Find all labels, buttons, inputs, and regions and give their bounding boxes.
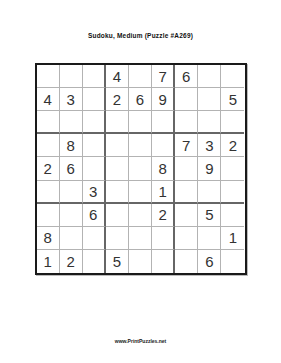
cell-r9c1: 1 bbox=[37, 250, 60, 273]
cell-r3c5[interactable] bbox=[129, 111, 152, 134]
cell-r5c1: 2 bbox=[37, 157, 60, 180]
cell-r7c4[interactable] bbox=[106, 204, 129, 227]
cell-r8c6[interactable] bbox=[152, 227, 175, 250]
cell-r4c5[interactable] bbox=[129, 134, 152, 157]
cell-r8c4[interactable] bbox=[106, 227, 129, 250]
cell-r5c8: 9 bbox=[198, 157, 221, 180]
cell-r5c3[interactable] bbox=[83, 157, 106, 180]
cell-r9c4: 5 bbox=[106, 250, 129, 273]
cell-r1c1[interactable] bbox=[37, 65, 60, 88]
cell-r6c5[interactable] bbox=[129, 181, 152, 204]
cell-r9c3[interactable] bbox=[83, 250, 106, 273]
cell-r3c1[interactable] bbox=[37, 111, 60, 134]
cell-r5c7[interactable] bbox=[175, 157, 198, 180]
cell-r4c6[interactable] bbox=[152, 134, 175, 157]
cell-r7c6: 2 bbox=[152, 204, 175, 227]
cell-r7c7[interactable] bbox=[175, 204, 198, 227]
cell-r4c3[interactable] bbox=[83, 134, 106, 157]
cell-r2c9: 5 bbox=[221, 88, 244, 111]
cell-r5c9[interactable] bbox=[221, 157, 244, 180]
cell-r7c3: 6 bbox=[83, 204, 106, 227]
cell-r6c6: 1 bbox=[152, 181, 175, 204]
cell-r3c2[interactable] bbox=[60, 111, 83, 134]
cell-r4c1[interactable] bbox=[37, 134, 60, 157]
cell-r1c5[interactable] bbox=[129, 65, 152, 88]
cell-r4c2: 8 bbox=[60, 134, 83, 157]
cell-r5c2: 6 bbox=[60, 157, 83, 180]
cell-r2c3[interactable] bbox=[83, 88, 106, 111]
cell-r8c3[interactable] bbox=[83, 227, 106, 250]
cell-r4c9: 2 bbox=[221, 134, 244, 157]
cell-r3c4[interactable] bbox=[106, 111, 129, 134]
cell-r6c8[interactable] bbox=[198, 181, 221, 204]
cell-r7c8: 5 bbox=[198, 204, 221, 227]
cell-r1c6: 7 bbox=[152, 65, 175, 88]
cell-r8c9: 1 bbox=[221, 227, 244, 250]
cell-r6c3: 3 bbox=[83, 181, 106, 204]
cell-r2c7[interactable] bbox=[175, 88, 198, 111]
cell-r2c4: 2 bbox=[106, 88, 129, 111]
cell-r1c3[interactable] bbox=[83, 65, 106, 88]
cell-r6c7[interactable] bbox=[175, 181, 198, 204]
cell-r5c5[interactable] bbox=[129, 157, 152, 180]
cell-r2c2: 3 bbox=[60, 88, 83, 111]
cell-r7c1[interactable] bbox=[37, 204, 60, 227]
cell-r3c8[interactable] bbox=[198, 111, 221, 134]
cell-r8c5[interactable] bbox=[129, 227, 152, 250]
cell-r4c7: 7 bbox=[175, 134, 198, 157]
cell-r1c4: 4 bbox=[106, 65, 129, 88]
cell-r2c6: 9 bbox=[152, 88, 175, 111]
sudoku-board: 4764326958732268931625811256 bbox=[35, 63, 247, 275]
cell-r4c4[interactable] bbox=[106, 134, 129, 157]
cell-r8c7[interactable] bbox=[175, 227, 198, 250]
cell-r9c7[interactable] bbox=[175, 250, 198, 273]
cell-r6c9[interactable] bbox=[221, 181, 244, 204]
cell-r5c6: 8 bbox=[152, 157, 175, 180]
cell-r9c5[interactable] bbox=[129, 250, 152, 273]
cell-r9c8: 6 bbox=[198, 250, 221, 273]
cell-r3c6[interactable] bbox=[152, 111, 175, 134]
cell-r6c2[interactable] bbox=[60, 181, 83, 204]
cell-r1c8[interactable] bbox=[198, 65, 221, 88]
cell-r9c9[interactable] bbox=[221, 250, 244, 273]
cell-r7c9[interactable] bbox=[221, 204, 244, 227]
cell-r2c8[interactable] bbox=[198, 88, 221, 111]
sudoku-page: Sudoku, Medium (Puzzle #A269) 4764326958… bbox=[0, 0, 281, 363]
cell-r7c5[interactable] bbox=[129, 204, 152, 227]
cell-r7c2[interactable] bbox=[60, 204, 83, 227]
cell-r1c2[interactable] bbox=[60, 65, 83, 88]
cell-r2c5: 6 bbox=[129, 88, 152, 111]
cell-r9c2: 2 bbox=[60, 250, 83, 273]
puzzle-title: Sudoku, Medium (Puzzle #A269) bbox=[0, 0, 281, 39]
cell-r3c9[interactable] bbox=[221, 111, 244, 134]
cell-r6c4[interactable] bbox=[106, 181, 129, 204]
cell-r6c1[interactable] bbox=[37, 181, 60, 204]
cell-r3c7[interactable] bbox=[175, 111, 198, 134]
cell-r2c1: 4 bbox=[37, 88, 60, 111]
cell-r5c4[interactable] bbox=[106, 157, 129, 180]
footer-url: www.PrintPuzzles.net bbox=[0, 338, 281, 344]
cell-r3c3[interactable] bbox=[83, 111, 106, 134]
cell-r8c8[interactable] bbox=[198, 227, 221, 250]
cell-r8c1: 8 bbox=[37, 227, 60, 250]
cell-r4c8: 3 bbox=[198, 134, 221, 157]
cell-r8c2[interactable] bbox=[60, 227, 83, 250]
cell-r1c9[interactable] bbox=[221, 65, 244, 88]
cell-r9c6[interactable] bbox=[152, 250, 175, 273]
cell-r1c7: 6 bbox=[175, 65, 198, 88]
